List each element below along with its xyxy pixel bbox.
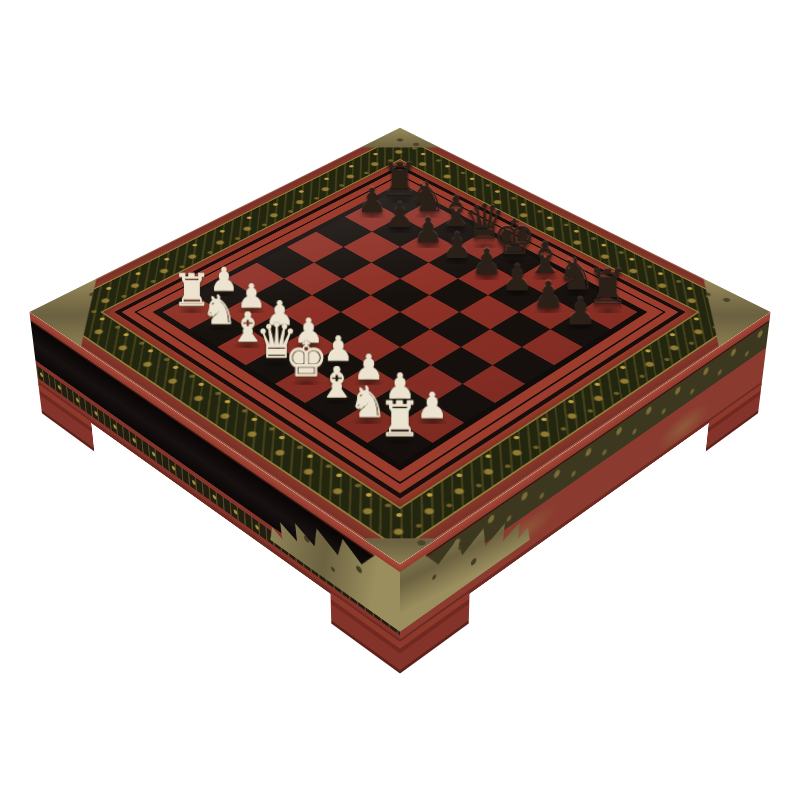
pawn-glyph: ♟ [564, 294, 597, 329]
piece-black-pawn-h7[interactable]: ♟ [559, 231, 602, 328]
chess-set-photo: ♜♞♝♛♚♝♞♜♟♟♟♟♟♟♟♟♟♟♟♟♟♟♟♟♜♞♝♛♚♝♞♜ [0, 0, 800, 800]
piece-white-rook-h1[interactable]: ♜ [377, 337, 423, 442]
rook-glyph: ♜ [378, 396, 421, 442]
